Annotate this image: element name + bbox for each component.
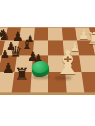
- square-e4: [48, 27, 62, 40]
- product-photo: ♞♟♟♟♝♛♟♟♟♟♜♟♜♟♝: [0, 0, 95, 126]
- square-d3: [32, 40, 48, 55]
- square-e3: [48, 40, 64, 55]
- chess-board: [0, 27, 95, 95]
- square-d4: [34, 27, 48, 40]
- chessboard-photo: [0, 27, 95, 95]
- square-d2: [31, 55, 48, 72]
- square-c2: [15, 55, 33, 72]
- board-perspective-wrap: [0, 27, 95, 95]
- square-c1: [12, 72, 32, 92]
- square-g1: [81, 72, 95, 92]
- square-c3: [17, 40, 34, 55]
- square-e1: [48, 72, 66, 92]
- square-d1: [30, 72, 48, 92]
- square-g2: [79, 55, 95, 72]
- square-c4: [19, 27, 34, 40]
- square-e2: [48, 55, 65, 72]
